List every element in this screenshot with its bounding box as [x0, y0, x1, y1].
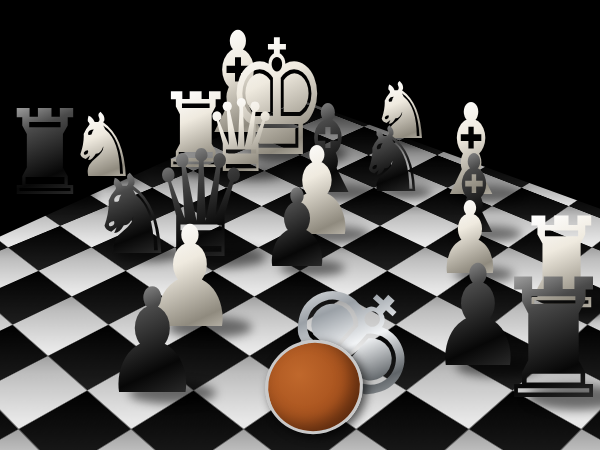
chess-scene: ♜♞♜♞♝♚♛♛♟♟♝♟♟♞♞♝♝♟♟♜♜♚: [0, 0, 600, 450]
